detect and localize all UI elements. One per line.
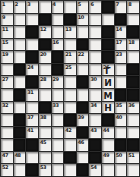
white-cell[interactable]	[77, 26, 89, 38]
white-cell[interactable]: 8	[127, 1, 139, 13]
black-cell	[77, 39, 89, 51]
clue-number: 41	[27, 127, 33, 133]
white-cell[interactable]: 45	[39, 139, 51, 151]
black-cell	[77, 102, 89, 114]
white-cell[interactable]: 25	[64, 64, 76, 76]
black-cell	[127, 76, 139, 88]
white-cell[interactable]: 49	[102, 152, 114, 164]
white-cell[interactable]	[89, 89, 101, 101]
clue-number: 24	[27, 64, 33, 70]
clue-number: 52	[2, 164, 8, 170]
clue-number: 25	[65, 64, 71, 70]
clue-number: 37	[27, 114, 33, 120]
clue-number: 16	[53, 39, 59, 45]
black-cell	[64, 14, 76, 26]
white-cell[interactable]	[64, 39, 76, 51]
black-cell	[64, 114, 76, 126]
white-cell[interactable]	[115, 76, 127, 88]
white-cell[interactable]	[52, 89, 64, 101]
black-cell	[127, 89, 139, 101]
clue-number: 31	[27, 89, 33, 95]
clue-number: 49	[103, 152, 109, 158]
white-cell[interactable]: 15	[1, 39, 13, 51]
black-cell	[14, 64, 26, 76]
clue-number: 51	[128, 152, 134, 158]
white-cell[interactable]	[14, 39, 26, 51]
white-cell[interactable]	[64, 76, 76, 88]
white-cell[interactable]: 32	[1, 102, 13, 114]
white-cell[interactable]	[64, 1, 76, 13]
crossword-page: 1234567891011121314151617181920212223242…	[0, 0, 140, 177]
white-cell[interactable]: 9	[1, 14, 13, 26]
clue-number: 47	[2, 152, 8, 158]
white-cell[interactable]: 16	[52, 39, 64, 51]
white-cell[interactable]	[127, 164, 139, 176]
white-cell[interactable]: 19	[1, 51, 13, 63]
clue-number: 22	[78, 51, 84, 57]
black-cell	[14, 114, 26, 126]
white-cell[interactable]	[1, 89, 13, 101]
white-cell[interactable]: 54	[89, 164, 101, 176]
white-cell[interactable]: 46	[77, 139, 89, 151]
clue-number: 12	[40, 26, 46, 32]
clue-number: 46	[78, 139, 84, 145]
white-cell[interactable]	[102, 139, 114, 151]
white-cell[interactable]	[89, 14, 101, 26]
black-cell	[26, 139, 38, 151]
black-cell	[26, 164, 38, 176]
white-cell[interactable]	[77, 64, 89, 76]
white-cell[interactable]: 30	[89, 76, 101, 88]
clue-number: 4	[53, 1, 56, 7]
black-cell	[39, 39, 51, 51]
clue-number: 20	[40, 51, 46, 57]
black-cell	[115, 89, 127, 101]
white-cell[interactable]: 27	[1, 76, 13, 88]
white-cell[interactable]: 18	[127, 39, 139, 51]
white-cell[interactable]: 40	[115, 114, 127, 126]
white-cell[interactable]: 28	[39, 76, 51, 88]
clue-number: 45	[40, 139, 46, 145]
white-cell[interactable]: 12	[39, 26, 51, 38]
white-cell[interactable]: 47	[1, 152, 13, 164]
white-cell[interactable]	[39, 1, 51, 13]
black-cell	[64, 152, 76, 164]
white-cell[interactable]	[77, 89, 89, 101]
white-cell[interactable]: 4	[52, 1, 64, 13]
white-cell[interactable]	[26, 152, 38, 164]
white-cell[interactable]	[39, 64, 51, 76]
white-cell[interactable]	[89, 64, 101, 76]
white-cell[interactable]: 41	[26, 127, 38, 139]
white-cell[interactable]: 36	[127, 102, 139, 114]
white-cell[interactable]	[115, 127, 127, 139]
white-cell[interactable]	[26, 14, 38, 26]
white-cell[interactable]: 1	[1, 1, 13, 13]
white-cell[interactable]: 26Г	[102, 64, 114, 76]
white-cell[interactable]	[1, 114, 13, 126]
white-cell[interactable]	[89, 114, 101, 126]
black-cell	[102, 51, 114, 63]
black-cell	[52, 51, 64, 63]
clue-number: 8	[128, 1, 131, 7]
white-cell[interactable]	[64, 139, 76, 151]
filled-letter: И	[102, 76, 114, 88]
filled-letter: Г	[102, 64, 114, 76]
white-cell[interactable]: 43	[89, 127, 101, 139]
white-cell[interactable]: 51	[127, 152, 139, 164]
black-cell	[127, 64, 139, 76]
white-cell[interactable]: 5	[77, 1, 89, 13]
white-cell[interactable]: М	[102, 89, 114, 101]
black-cell	[115, 139, 127, 151]
clue-number: 7	[116, 1, 119, 7]
black-cell	[77, 76, 89, 88]
clue-number: 6	[90, 1, 93, 7]
black-cell	[26, 26, 38, 38]
black-cell	[39, 14, 51, 26]
clue-number: 38	[40, 114, 46, 120]
white-cell[interactable]: 7	[115, 1, 127, 13]
white-cell[interactable]	[102, 14, 114, 26]
black-cell	[14, 89, 26, 101]
white-cell[interactable]	[14, 76, 26, 88]
clue-number: 21	[65, 51, 71, 57]
white-cell[interactable]	[1, 139, 13, 151]
clue-number: 29	[53, 76, 59, 82]
white-cell[interactable]: 50	[115, 152, 127, 164]
black-cell	[52, 64, 64, 76]
clue-number: 44	[103, 127, 109, 133]
white-cell[interactable]: 48	[14, 152, 26, 164]
white-cell[interactable]: 24	[26, 64, 38, 76]
clue-number: 30	[90, 76, 96, 82]
white-cell[interactable]: 52	[1, 164, 13, 176]
clue-number: 10	[78, 14, 84, 20]
black-cell	[127, 139, 139, 151]
white-cell[interactable]	[89, 26, 101, 38]
black-cell	[77, 127, 89, 139]
black-cell	[102, 114, 114, 126]
white-cell[interactable]	[64, 89, 76, 101]
black-cell	[77, 164, 89, 176]
clue-number: 28	[40, 76, 46, 82]
clue-number: 34	[90, 102, 96, 108]
white-cell[interactable]	[64, 102, 76, 114]
white-cell[interactable]	[14, 102, 26, 114]
white-cell[interactable]	[89, 39, 101, 51]
clue-number: 14	[116, 26, 122, 32]
white-cell[interactable]	[39, 127, 51, 139]
white-cell[interactable]: 14	[115, 26, 127, 38]
black-cell	[102, 39, 114, 51]
clue-number: 18	[128, 39, 134, 45]
black-cell	[26, 76, 38, 88]
clue-number: 15	[2, 39, 8, 45]
white-cell[interactable]	[1, 64, 13, 76]
white-cell[interactable]	[127, 127, 139, 139]
clue-number: 13	[65, 26, 71, 32]
white-cell[interactable]	[52, 14, 64, 26]
white-cell[interactable]	[26, 39, 38, 51]
clue-number: 43	[90, 127, 96, 133]
white-cell[interactable]	[89, 51, 101, 63]
white-cell[interactable]: 42	[64, 127, 76, 139]
white-cell[interactable]	[52, 139, 64, 151]
black-cell	[14, 139, 26, 151]
white-cell[interactable]: 22	[77, 51, 89, 63]
white-cell[interactable]: 11	[1, 26, 13, 38]
white-cell[interactable]	[102, 164, 114, 176]
clue-number: 27	[2, 76, 8, 82]
white-cell[interactable]	[127, 114, 139, 126]
clue-number: 33	[53, 102, 59, 108]
white-cell[interactable]: 37	[26, 114, 38, 126]
white-cell[interactable]: 29	[52, 76, 64, 88]
white-cell[interactable]	[77, 152, 89, 164]
clue-number: 2	[15, 1, 18, 7]
white-cell[interactable]: 23	[115, 51, 127, 63]
filled-letter: Н	[102, 102, 114, 114]
black-cell	[127, 26, 139, 38]
white-cell[interactable]: И	[102, 76, 114, 88]
clue-number: 40	[116, 114, 122, 120]
white-cell[interactable]: 53	[39, 164, 51, 176]
white-cell[interactable]	[52, 164, 64, 176]
white-cell[interactable]	[52, 152, 64, 164]
white-cell[interactable]: 35	[115, 102, 127, 114]
white-cell[interactable]: 39	[77, 114, 89, 126]
black-cell	[89, 152, 101, 164]
black-cell	[115, 14, 127, 26]
white-cell[interactable]: 3	[26, 1, 38, 13]
white-cell[interactable]	[39, 89, 51, 101]
black-cell	[26, 51, 38, 63]
black-cell	[14, 127, 26, 139]
clue-number: 50	[116, 152, 122, 158]
clue-number: 5	[78, 1, 81, 7]
white-cell[interactable]: 13	[64, 26, 76, 38]
black-cell	[102, 1, 114, 13]
white-cell[interactable]: 34	[89, 102, 101, 114]
clue-number: 53	[40, 164, 46, 170]
clue-number: 42	[65, 127, 71, 133]
white-cell[interactable]: 6	[89, 1, 101, 13]
white-cell[interactable]	[52, 26, 64, 38]
white-cell[interactable]	[39, 152, 51, 164]
clue-number: 32	[2, 102, 8, 108]
white-cell[interactable]	[115, 64, 127, 76]
clue-number: 11	[2, 26, 8, 32]
white-cell[interactable]: 44	[102, 127, 114, 139]
clue-number: 17	[116, 39, 122, 45]
white-cell[interactable]	[14, 26, 26, 38]
black-cell	[102, 26, 114, 38]
white-cell[interactable]	[52, 114, 64, 126]
white-cell[interactable]: 17	[115, 39, 127, 51]
white-cell[interactable]: 10	[77, 14, 89, 26]
clue-number: 23	[116, 51, 122, 57]
crossword-grid: 1234567891011121314151617181920212223242…	[1, 1, 139, 176]
white-cell[interactable]	[14, 164, 26, 176]
white-cell[interactable]	[127, 14, 139, 26]
white-cell[interactable]	[115, 164, 127, 176]
clue-number: 39	[78, 114, 84, 120]
white-cell[interactable]	[1, 127, 13, 139]
white-cell[interactable]: 2	[14, 1, 26, 13]
clue-number: 9	[2, 14, 5, 20]
white-cell[interactable]	[64, 164, 76, 176]
clue-number: 36	[128, 102, 134, 108]
white-cell[interactable]	[26, 102, 38, 114]
clue-number: 19	[2, 51, 8, 57]
black-cell	[89, 139, 101, 151]
black-cell	[39, 102, 51, 114]
white-cell[interactable]: Н	[102, 102, 114, 114]
white-cell[interactable]	[14, 51, 26, 63]
white-cell[interactable]	[127, 51, 139, 63]
white-cell[interactable]	[52, 127, 64, 139]
clue-number: 48	[15, 152, 21, 158]
white-cell[interactable]: 31	[26, 89, 38, 101]
white-cell[interactable]	[14, 14, 26, 26]
white-cell[interactable]: 38	[39, 114, 51, 126]
white-cell[interactable]: 20	[39, 51, 51, 63]
clue-number: 35	[116, 102, 122, 108]
white-cell[interactable]: 33	[52, 102, 64, 114]
filled-letter: М	[102, 89, 114, 101]
clue-number: 54	[90, 164, 96, 170]
clue-number: 3	[27, 1, 30, 7]
clue-number: 1	[2, 1, 5, 7]
white-cell[interactable]: 21	[64, 51, 76, 63]
